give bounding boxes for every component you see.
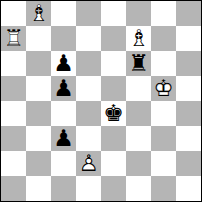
square-g7[interactable] <box>151 26 176 51</box>
square-d3[interactable] <box>76 126 101 151</box>
square-a1[interactable] <box>1 176 26 201</box>
square-h8[interactable] <box>176 1 201 26</box>
chess-board: ♝♗♜♖♝♗♟♜♟♚♔♚♟♟♙ <box>0 0 202 202</box>
square-c6[interactable]: ♟ <box>51 51 76 76</box>
square-c3[interactable]: ♟ <box>51 126 76 151</box>
square-e4[interactable]: ♚ <box>101 101 126 126</box>
white-rook-piece: ♜♖ <box>1 26 26 51</box>
square-g6[interactable] <box>151 51 176 76</box>
square-d8[interactable] <box>76 1 101 26</box>
square-d1[interactable] <box>76 176 101 201</box>
square-b6[interactable] <box>26 51 51 76</box>
square-d4[interactable] <box>76 101 101 126</box>
square-c4[interactable] <box>51 101 76 126</box>
square-e7[interactable] <box>101 26 126 51</box>
square-d2[interactable]: ♟♙ <box>76 151 101 176</box>
square-c8[interactable] <box>51 1 76 26</box>
square-g5[interactable]: ♚♔ <box>151 76 176 101</box>
square-c7[interactable] <box>51 26 76 51</box>
square-d7[interactable] <box>76 26 101 51</box>
square-a2[interactable] <box>1 151 26 176</box>
square-f7[interactable]: ♝♗ <box>126 26 151 51</box>
black-king-piece: ♚ <box>101 101 126 126</box>
square-a4[interactable] <box>1 101 26 126</box>
square-f8[interactable] <box>126 1 151 26</box>
white-bishop-piece: ♝♗ <box>126 26 151 51</box>
square-g4[interactable] <box>151 101 176 126</box>
black-rook-piece: ♜ <box>126 51 151 76</box>
square-c5[interactable]: ♟ <box>51 76 76 101</box>
square-c1[interactable] <box>51 176 76 201</box>
square-e1[interactable] <box>101 176 126 201</box>
square-f2[interactable] <box>126 151 151 176</box>
square-h5[interactable] <box>176 76 201 101</box>
black-pawn-piece: ♟ <box>51 51 76 76</box>
white-bishop-piece: ♝♗ <box>26 1 51 26</box>
square-f6[interactable]: ♜ <box>126 51 151 76</box>
square-a3[interactable] <box>1 126 26 151</box>
square-a8[interactable] <box>1 1 26 26</box>
chess-diagram: ♝♗♜♖♝♗♟♜♟♚♔♚♟♟♙ <box>0 0 202 202</box>
square-g8[interactable] <box>151 1 176 26</box>
square-h4[interactable] <box>176 101 201 126</box>
square-c2[interactable] <box>51 151 76 176</box>
square-f5[interactable] <box>126 76 151 101</box>
square-b2[interactable] <box>26 151 51 176</box>
square-e5[interactable] <box>101 76 126 101</box>
square-a7[interactable]: ♜♖ <box>1 26 26 51</box>
square-f4[interactable] <box>126 101 151 126</box>
square-g1[interactable] <box>151 176 176 201</box>
square-d5[interactable] <box>76 76 101 101</box>
square-h1[interactable] <box>176 176 201 201</box>
square-g3[interactable] <box>151 126 176 151</box>
black-pawn-piece: ♟ <box>51 76 76 101</box>
square-b3[interactable] <box>26 126 51 151</box>
square-b8[interactable]: ♝♗ <box>26 1 51 26</box>
square-f3[interactable] <box>126 126 151 151</box>
white-king-piece: ♚♔ <box>151 76 176 101</box>
square-d6[interactable] <box>76 51 101 76</box>
white-pawn-piece: ♟♙ <box>76 151 101 176</box>
square-e8[interactable] <box>101 1 126 26</box>
square-b4[interactable] <box>26 101 51 126</box>
square-h7[interactable] <box>176 26 201 51</box>
square-h3[interactable] <box>176 126 201 151</box>
square-a6[interactable] <box>1 51 26 76</box>
square-f1[interactable] <box>126 176 151 201</box>
square-h2[interactable] <box>176 151 201 176</box>
square-e6[interactable] <box>101 51 126 76</box>
black-pawn-piece: ♟ <box>51 126 76 151</box>
square-e2[interactable] <box>101 151 126 176</box>
square-e3[interactable] <box>101 126 126 151</box>
square-b5[interactable] <box>26 76 51 101</box>
square-b7[interactable] <box>26 26 51 51</box>
square-b1[interactable] <box>26 176 51 201</box>
square-g2[interactable] <box>151 151 176 176</box>
square-h6[interactable] <box>176 51 201 76</box>
square-a5[interactable] <box>1 76 26 101</box>
